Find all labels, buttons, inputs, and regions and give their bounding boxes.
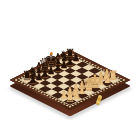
king-finial	[50, 52, 53, 55]
chess-board	[9, 50, 131, 111]
product-photo: ♜♞♝♛♚♝♞♜♟♟♟♟♟♟♟♟♟♟♟♟♟♟♟♟♜♞♝♛♚♝♞♜	[0, 0, 140, 140]
chessboard-scene: ♜♞♝♛♚♝♞♜♟♟♟♟♟♟♟♟♟♟♟♟♟♟♟♟♜♞♝♛♚♝♞♜	[0, 0, 140, 140]
